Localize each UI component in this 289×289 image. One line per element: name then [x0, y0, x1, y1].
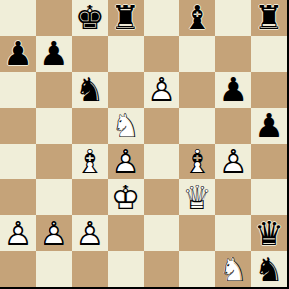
square-a4[interactable] — [0, 144, 36, 180]
square-h5[interactable]: ♟ — [251, 108, 287, 144]
square-d2[interactable] — [108, 215, 144, 251]
white-knight-piece[interactable]: ♞♘ — [108, 108, 144, 144]
black-rook-piece-glyph: ♜ — [108, 0, 144, 36]
square-c5[interactable] — [72, 108, 108, 144]
white-bishop-piece-outline: ♗ — [179, 144, 215, 180]
square-c8[interactable]: ♚ — [72, 0, 108, 36]
square-d6[interactable] — [108, 72, 144, 108]
black-knight-piece-glyph: ♞ — [251, 251, 287, 287]
square-c2[interactable]: ♟♙ — [72, 215, 108, 251]
square-b8[interactable] — [36, 0, 72, 36]
black-pawn-piece-glyph: ♟ — [251, 108, 287, 144]
white-knight-piece[interactable]: ♞♘ — [215, 251, 251, 287]
square-f4[interactable]: ♝♗ — [179, 144, 215, 180]
square-d1[interactable] — [108, 251, 144, 287]
black-rook-piece-glyph: ♜ — [251, 0, 287, 36]
square-f7[interactable] — [179, 36, 215, 72]
black-pawn-piece[interactable]: ♟ — [251, 108, 287, 144]
white-pawn-piece-outline: ♙ — [36, 215, 72, 251]
square-e5[interactable] — [144, 108, 180, 144]
black-rook-piece[interactable]: ♜ — [251, 0, 287, 36]
white-pawn-piece-outline: ♙ — [72, 215, 108, 251]
white-king-piece-outline: ♔ — [108, 179, 144, 215]
square-e6[interactable]: ♟♙ — [144, 72, 180, 108]
square-c3[interactable] — [72, 179, 108, 215]
white-pawn-piece[interactable]: ♟♙ — [0, 215, 36, 251]
black-queen-piece-glyph: ♛ — [251, 215, 287, 251]
square-h7[interactable] — [251, 36, 287, 72]
square-e7[interactable] — [144, 36, 180, 72]
white-bishop-piece[interactable]: ♝♗ — [179, 144, 215, 180]
square-c6[interactable]: ♞ — [72, 72, 108, 108]
white-pawn-piece[interactable]: ♟♙ — [144, 72, 180, 108]
square-b2[interactable]: ♟♙ — [36, 215, 72, 251]
square-g5[interactable] — [215, 108, 251, 144]
black-king-piece[interactable]: ♚ — [72, 0, 108, 36]
square-c4[interactable]: ♝♗ — [72, 144, 108, 180]
square-b6[interactable] — [36, 72, 72, 108]
square-b5[interactable] — [36, 108, 72, 144]
square-h8[interactable]: ♜ — [251, 0, 287, 36]
black-queen-piece[interactable]: ♛ — [251, 215, 287, 251]
square-e8[interactable] — [144, 0, 180, 36]
black-knight-piece-glyph: ♞ — [72, 72, 108, 108]
white-pawn-piece[interactable]: ♟♙ — [72, 215, 108, 251]
square-g1[interactable]: ♞♘ — [215, 251, 251, 287]
square-a5[interactable] — [0, 108, 36, 144]
square-h6[interactable] — [251, 72, 287, 108]
square-b3[interactable] — [36, 179, 72, 215]
square-f1[interactable] — [179, 251, 215, 287]
black-pawn-piece[interactable]: ♟ — [215, 72, 251, 108]
square-a2[interactable]: ♟♙ — [0, 215, 36, 251]
square-c7[interactable] — [72, 36, 108, 72]
square-a3[interactable] — [0, 179, 36, 215]
square-g7[interactable] — [215, 36, 251, 72]
black-pawn-piece[interactable]: ♟ — [36, 36, 72, 72]
white-queen-piece[interactable]: ♛♕ — [179, 179, 215, 215]
square-g3[interactable] — [215, 179, 251, 215]
square-f2[interactable] — [179, 215, 215, 251]
square-g6[interactable]: ♟ — [215, 72, 251, 108]
square-b1[interactable] — [36, 251, 72, 287]
white-bishop-piece[interactable]: ♝♗ — [72, 144, 108, 180]
square-f5[interactable] — [179, 108, 215, 144]
white-knight-piece-outline: ♘ — [108, 108, 144, 144]
black-pawn-piece-glyph: ♟ — [215, 72, 251, 108]
square-h3[interactable] — [251, 179, 287, 215]
white-pawn-piece-outline: ♙ — [215, 144, 251, 180]
black-king-piece-glyph: ♚ — [72, 0, 108, 36]
square-g4[interactable]: ♟♙ — [215, 144, 251, 180]
square-d3[interactable]: ♚♔ — [108, 179, 144, 215]
square-h4[interactable] — [251, 144, 287, 180]
white-bishop-piece-outline: ♗ — [72, 144, 108, 180]
square-a8[interactable] — [0, 0, 36, 36]
black-bishop-piece[interactable]: ♝ — [179, 0, 215, 36]
black-knight-piece[interactable]: ♞ — [251, 251, 287, 287]
square-d4[interactable]: ♟♙ — [108, 144, 144, 180]
square-h1[interactable]: ♞ — [251, 251, 287, 287]
square-a6[interactable] — [0, 72, 36, 108]
chess-board: ♚♜♝♜♟♟♞♟♙♟♞♘♟♝♗♟♙♝♗♟♙♚♔♛♕♟♙♟♙♟♙♛♞♘♞ — [0, 0, 289, 289]
square-d5[interactable]: ♞♘ — [108, 108, 144, 144]
square-b7[interactable]: ♟ — [36, 36, 72, 72]
square-e4[interactable] — [144, 144, 180, 180]
square-d7[interactable] — [108, 36, 144, 72]
white-knight-piece-outline: ♘ — [215, 251, 251, 287]
square-a1[interactable] — [0, 251, 36, 287]
white-pawn-piece-outline: ♙ — [0, 215, 36, 251]
square-h2[interactable]: ♛ — [251, 215, 287, 251]
square-g8[interactable] — [215, 0, 251, 36]
black-pawn-piece-glyph: ♟ — [0, 36, 36, 72]
square-g2[interactable] — [215, 215, 251, 251]
square-a7[interactable]: ♟ — [0, 36, 36, 72]
black-bishop-piece-glyph: ♝ — [179, 0, 215, 36]
square-e3[interactable] — [144, 179, 180, 215]
square-e1[interactable] — [144, 251, 180, 287]
square-d8[interactable]: ♜ — [108, 0, 144, 36]
square-e2[interactable] — [144, 215, 180, 251]
white-king-piece[interactable]: ♚♔ — [108, 179, 144, 215]
square-c1[interactable] — [72, 251, 108, 287]
square-f8[interactable]: ♝ — [179, 0, 215, 36]
white-pawn-piece[interactable]: ♟♙ — [36, 215, 72, 251]
square-b4[interactable] — [36, 144, 72, 180]
black-knight-piece[interactable]: ♞ — [72, 72, 108, 108]
square-f6[interactable] — [179, 72, 215, 108]
white-pawn-piece-outline: ♙ — [108, 144, 144, 180]
black-rook-piece[interactable]: ♜ — [108, 0, 144, 36]
square-f3[interactable]: ♛♕ — [179, 179, 215, 215]
white-queen-piece-outline: ♕ — [179, 179, 215, 215]
black-pawn-piece[interactable]: ♟ — [0, 36, 36, 72]
white-pawn-piece-outline: ♙ — [144, 72, 180, 108]
black-pawn-piece-glyph: ♟ — [36, 36, 72, 72]
white-pawn-piece[interactable]: ♟♙ — [215, 144, 251, 180]
white-pawn-piece[interactable]: ♟♙ — [108, 144, 144, 180]
